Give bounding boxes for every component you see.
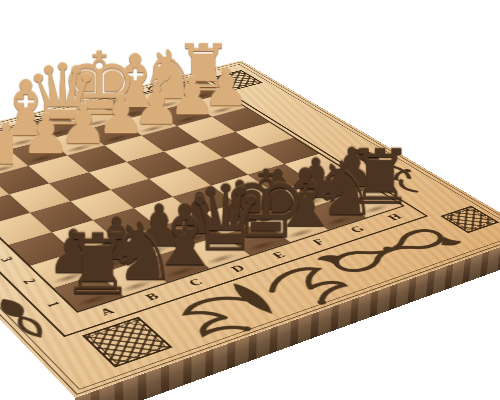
chess-board: 12345678 ABCDEFGH ♜♞♝♛♚♝♞♜♟♟♟♟♟♟♟♟♟♟♟♟♟♟…: [0, 61, 500, 398]
photo-canvas: 12345678 ABCDEFGH ♜♞♝♛♚♝♞♜♟♟♟♟♟♟♟♟♟♟♟♟♟♟…: [0, 0, 500, 400]
piece-dark-rook: ♜: [60, 224, 135, 304]
square-b5: [9, 183, 71, 213]
lattice-corner-ornament: [82, 317, 173, 368]
lattice-corner-ornament: [440, 206, 499, 233]
piece-light-pawn: ♟: [0, 118, 32, 171]
